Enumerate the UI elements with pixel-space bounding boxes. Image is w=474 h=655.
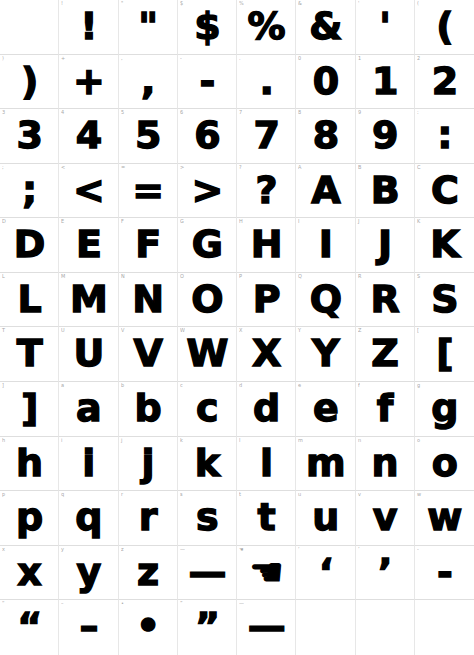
char-code-label: q (61, 492, 64, 497)
char-code-label: C (417, 165, 420, 170)
char-glyph: E (59, 218, 117, 272)
char-glyph: [ (415, 327, 474, 381)
char-code-label: J (358, 219, 359, 224)
char-glyph: Z (356, 327, 414, 381)
char-cell: VV (119, 327, 178, 382)
char-code-label: r (121, 492, 123, 497)
char-cell (356, 600, 415, 655)
char-cell: QQ (296, 273, 355, 328)
char-glyph: ] (0, 382, 58, 436)
char-cell: mm (296, 437, 355, 492)
char-cell: ,, (119, 55, 178, 110)
char-cell: ’’ (356, 546, 415, 601)
char-cell: YY (296, 327, 355, 382)
char-glyph: H (237, 218, 295, 272)
char-glyph: , (119, 55, 177, 109)
char-glyph: 6 (178, 109, 236, 163)
char-glyph: L (0, 273, 58, 327)
char-glyph: R (356, 273, 414, 327)
char-cell (0, 0, 59, 55)
char-code-label: 9 (358, 110, 361, 115)
char-code-label: , (121, 56, 123, 61)
char-glyph: f (356, 382, 414, 436)
char-code-label: — (180, 547, 185, 552)
char-cell: •• (119, 600, 178, 655)
char-glyph: q (59, 491, 117, 545)
char-code-label: Z (358, 328, 361, 333)
char-glyph: j (119, 437, 177, 491)
char-code-label: 5 (121, 110, 124, 115)
char-code-label: x (2, 547, 5, 552)
char-code-label: [ (417, 328, 419, 333)
char-glyph: D (0, 218, 58, 272)
char-code-label: u (298, 492, 301, 497)
char-cell: SS (415, 273, 474, 328)
char-glyph: F (119, 218, 177, 272)
char-code-label: O (180, 274, 184, 279)
char-glyph: 5 (119, 109, 177, 163)
char-glyph: • (119, 600, 177, 655)
char-cell: xx (0, 546, 59, 601)
char-cell: (( (415, 0, 474, 55)
char-glyph: < (59, 164, 117, 218)
char-glyph: x (0, 546, 58, 600)
char-code-label: M (61, 274, 65, 279)
char-cell: TT (0, 327, 59, 382)
char-cell: II (296, 218, 355, 273)
char-cell: ☚☚ (237, 546, 296, 601)
char-code-label: w (417, 492, 421, 497)
char-code-label: ‘ (298, 547, 300, 552)
char-cell: jj (119, 437, 178, 492)
char-code-label: s (180, 492, 183, 497)
char-cell: 00 (296, 55, 355, 110)
char-glyph: V (119, 327, 177, 381)
char-code-label: ’ (358, 547, 360, 552)
char-cell: [[ (415, 327, 474, 382)
char-code-label: 0 (298, 56, 301, 61)
char-glyph: o (415, 437, 474, 491)
char-code-label: . (239, 56, 241, 61)
char-code-label: 8 (298, 110, 301, 115)
char-cell: rr (119, 491, 178, 546)
char-code-label: V (121, 328, 124, 333)
char-glyph: k (178, 437, 236, 491)
char-cell: aa (59, 382, 118, 437)
char-cell: ?? (237, 164, 296, 219)
char-code-label: 2 (417, 56, 420, 61)
char-cell: 88 (296, 109, 355, 164)
char-glyph: – (59, 600, 117, 655)
char-glyph: > (178, 164, 236, 218)
char-cell: WW (178, 327, 237, 382)
char-cell: KK (415, 218, 474, 273)
char-cell: qq (59, 491, 118, 546)
char-glyph: ? (237, 164, 295, 218)
char-code-label: H (239, 219, 243, 224)
char-cell: AA (296, 164, 355, 219)
char-glyph: $ (178, 0, 236, 54)
char-cell: cc (178, 382, 237, 437)
char-code-label: ; (2, 165, 4, 170)
char-glyph: y (59, 546, 117, 600)
char-cell: zz (119, 546, 178, 601)
char-code-label: & (298, 1, 302, 6)
char-code-label: n (358, 438, 361, 443)
char-cell: ‘‘ (296, 546, 355, 601)
char-cell: hh (0, 437, 59, 492)
char-glyph: I (296, 218, 354, 272)
char-code-label: K (417, 219, 420, 224)
char-glyph: u (296, 491, 354, 545)
char-glyph: . (237, 55, 295, 109)
char-cell: UU (59, 327, 118, 382)
char-cell: == (119, 164, 178, 219)
char-glyph: c (178, 382, 236, 436)
char-glyph: 8 (296, 109, 354, 163)
char-code-label: Y (298, 328, 301, 333)
char-glyph: G (178, 218, 236, 272)
char-code-label: p (2, 492, 5, 497)
char-code-label: 6 (180, 110, 183, 115)
char-code-label: < (61, 165, 65, 170)
char-code-label: j (121, 438, 122, 443)
char-code-label: h (2, 438, 5, 443)
char-glyph: e (296, 382, 354, 436)
char-cell: HH (237, 218, 296, 273)
char-glyph: : (415, 109, 474, 163)
char-glyph: 9 (356, 109, 414, 163)
char-code-label: " (121, 1, 123, 6)
char-glyph: v (356, 491, 414, 545)
char-cell: PP (237, 273, 296, 328)
char-code-label: R (358, 274, 361, 279)
char-cell: OO (178, 273, 237, 328)
char-cell: dd (237, 382, 296, 437)
char-glyph: A (296, 164, 354, 218)
char-glyph: l (237, 437, 295, 491)
char-glyph: T (0, 327, 58, 381)
charmap-grid: !!""$$%%&&''(())++,,--..0011223344556677… (0, 0, 474, 655)
char-code-label: e (298, 383, 301, 388)
char-cell: RR (356, 273, 415, 328)
char-code-label: Q (298, 274, 302, 279)
char-code-label: – (61, 601, 63, 606)
char-cell: && (296, 0, 355, 55)
char-glyph: + (59, 55, 117, 109)
char-glyph: 2 (415, 55, 474, 109)
char-cell: 66 (178, 109, 237, 164)
char-cell: nn (356, 437, 415, 492)
char-cell: !! (59, 0, 118, 55)
char-glyph: ' (356, 0, 414, 54)
char-code-label: 1 (358, 56, 361, 61)
char-glyph: - (415, 546, 474, 600)
char-code-label: P (239, 274, 242, 279)
char-code-label: L (2, 274, 5, 279)
char-code-label: X (239, 328, 242, 333)
char-code-label: 3 (2, 110, 5, 115)
char-cell: bb (119, 382, 178, 437)
char-glyph: — (237, 600, 295, 655)
char-glyph: O (178, 273, 236, 327)
char-cell: BB (356, 164, 415, 219)
char-cell: —— (178, 546, 237, 601)
char-code-label: D (2, 219, 6, 224)
char-glyph: ‘ (296, 546, 354, 600)
char-glyph: i (59, 437, 117, 491)
char-code-label: t (239, 492, 241, 497)
char-glyph: 4 (59, 109, 117, 163)
char-cell: ll (237, 437, 296, 492)
char-cell: JJ (356, 218, 415, 273)
char-cell: 77 (237, 109, 296, 164)
char-code-label: 7 (239, 110, 242, 115)
char-glyph: & (296, 0, 354, 54)
char-cell: ee (296, 382, 355, 437)
char-cell (415, 600, 474, 655)
char-glyph: N (119, 273, 177, 327)
char-code-label: N (121, 274, 125, 279)
char-glyph: % (237, 0, 295, 54)
char-glyph: = (119, 164, 177, 218)
char-glyph: 3 (0, 109, 58, 163)
char-cell: —— (237, 600, 296, 655)
char-cell: LL (0, 273, 59, 328)
char-code-label: + (61, 56, 65, 61)
char-cell: ”” (178, 600, 237, 655)
char-cell: .. (237, 55, 296, 110)
char-code-label: d (239, 383, 242, 388)
char-code-label: A (298, 165, 301, 170)
char-cell: vv (356, 491, 415, 546)
char-glyph: p (0, 491, 58, 545)
char-cell: –– (59, 600, 118, 655)
char-glyph: r (119, 491, 177, 545)
char-glyph: ; (0, 164, 58, 218)
char-glyph: W (178, 327, 236, 381)
char-glyph: S (415, 273, 474, 327)
char-glyph: ’ (356, 546, 414, 600)
char-glyph: M (59, 273, 117, 327)
char-code-label: 4 (61, 110, 64, 115)
char-glyph: 7 (237, 109, 295, 163)
char-code-label: y (61, 547, 64, 552)
char-glyph: C (415, 164, 474, 218)
char-glyph: 1 (356, 55, 414, 109)
char-code-label: “ (2, 601, 5, 606)
char-cell: 11 (356, 55, 415, 110)
char-glyph: “ (0, 600, 58, 655)
char-cell: :: (415, 109, 474, 164)
char-cell: oo (415, 437, 474, 492)
char-cell: 33 (0, 109, 59, 164)
char-cell: 22 (415, 55, 474, 110)
char-cell: kk (178, 437, 237, 492)
char-glyph: K (415, 218, 474, 272)
char-glyph: 0 (296, 55, 354, 109)
char-glyph: P (237, 273, 295, 327)
char-cell: gg (415, 382, 474, 437)
char-code-label: f (358, 383, 360, 388)
char-code-label: - (180, 56, 182, 61)
char-glyph: ” (178, 600, 236, 655)
char-glyph: n (356, 437, 414, 491)
char-glyph: ☚ (237, 546, 295, 600)
char-code-label: b (121, 383, 124, 388)
char-code-label: a (61, 383, 64, 388)
char-cell: %% (237, 0, 296, 55)
char-cell: 44 (59, 109, 118, 164)
char-cell: 55 (119, 109, 178, 164)
char-cell: ]] (0, 382, 59, 437)
char-code-label: T (2, 328, 5, 333)
char-code-label: ☚ (239, 547, 243, 552)
char-code-label: ' (358, 1, 359, 6)
char-cell: -- (178, 55, 237, 110)
char-glyph: a (59, 382, 117, 436)
char-code-label: ] (2, 383, 4, 388)
char-glyph: b (119, 382, 177, 436)
char-glyph: z (119, 546, 177, 600)
char-cell: )) (0, 55, 59, 110)
char-cell: ww (415, 491, 474, 546)
char-code-label: E (61, 219, 64, 224)
char-code-label: — (239, 601, 244, 606)
char-cell: -- (415, 546, 474, 601)
char-glyph: ( (415, 0, 474, 54)
char-glyph: ) (0, 55, 58, 109)
char-cell: XX (237, 327, 296, 382)
char-glyph: ! (59, 0, 117, 54)
char-glyph: Q (296, 273, 354, 327)
char-cell: ZZ (356, 327, 415, 382)
char-code-label: - (417, 547, 419, 552)
char-code-label: ” (180, 601, 183, 606)
char-code-label: z (121, 547, 124, 552)
char-cell (296, 600, 355, 655)
char-code-label: = (121, 165, 125, 170)
char-glyph: — (178, 546, 236, 600)
char-code-label: • (121, 601, 124, 606)
char-cell: FF (119, 218, 178, 273)
char-code-label: % (239, 1, 244, 6)
char-cell: pp (0, 491, 59, 546)
char-glyph: J (356, 218, 414, 272)
char-glyph: s (178, 491, 236, 545)
char-code-label: U (61, 328, 65, 333)
char-cell: GG (178, 218, 237, 273)
char-code-label: : (417, 110, 419, 115)
char-cell: "" (119, 0, 178, 55)
char-code-label: S (417, 274, 420, 279)
char-code-label: ( (417, 1, 419, 6)
char-code-label: ? (239, 165, 242, 170)
char-cell: ++ (59, 55, 118, 110)
char-cell: << (59, 164, 118, 219)
char-glyph: - (178, 55, 236, 109)
char-code-label: g (417, 383, 420, 388)
char-code-label: c (180, 383, 183, 388)
char-glyph: " (119, 0, 177, 54)
char-glyph: w (415, 491, 474, 545)
char-code-label: $ (180, 1, 183, 6)
char-glyph: m (296, 437, 354, 491)
char-code-label: > (180, 165, 184, 170)
char-code-label: k (180, 438, 183, 443)
char-code-label: ) (2, 56, 4, 61)
char-code-label: m (298, 438, 303, 443)
char-cell: DD (0, 218, 59, 273)
char-cell: CC (415, 164, 474, 219)
char-code-label: l (239, 438, 240, 443)
char-cell: 99 (356, 109, 415, 164)
char-glyph: t (237, 491, 295, 545)
char-glyph: X (237, 327, 295, 381)
char-glyph: U (59, 327, 117, 381)
char-code-label: F (121, 219, 124, 224)
char-glyph: Y (296, 327, 354, 381)
char-cell: ;; (0, 164, 59, 219)
char-cell: uu (296, 491, 355, 546)
char-cell: EE (59, 218, 118, 273)
char-cell: ff (356, 382, 415, 437)
char-cell: '' (356, 0, 415, 55)
char-cell: tt (237, 491, 296, 546)
char-code-label: o (417, 438, 420, 443)
char-glyph: g (415, 382, 474, 436)
char-code-label: ! (61, 1, 63, 6)
char-glyph: h (0, 437, 58, 491)
char-cell: yy (59, 546, 118, 601)
char-glyph: B (356, 164, 414, 218)
char-cell: >> (178, 164, 237, 219)
char-code-label: B (358, 165, 361, 170)
char-code-label: G (180, 219, 184, 224)
char-cell: ““ (0, 600, 59, 655)
char-cell: ii (59, 437, 118, 492)
char-cell: $$ (178, 0, 237, 55)
char-cell: ss (178, 491, 237, 546)
char-cell: MM (59, 273, 118, 328)
char-glyph: d (237, 382, 295, 436)
char-code-label: W (180, 328, 185, 333)
char-cell: NN (119, 273, 178, 328)
char-code-label: v (358, 492, 361, 497)
